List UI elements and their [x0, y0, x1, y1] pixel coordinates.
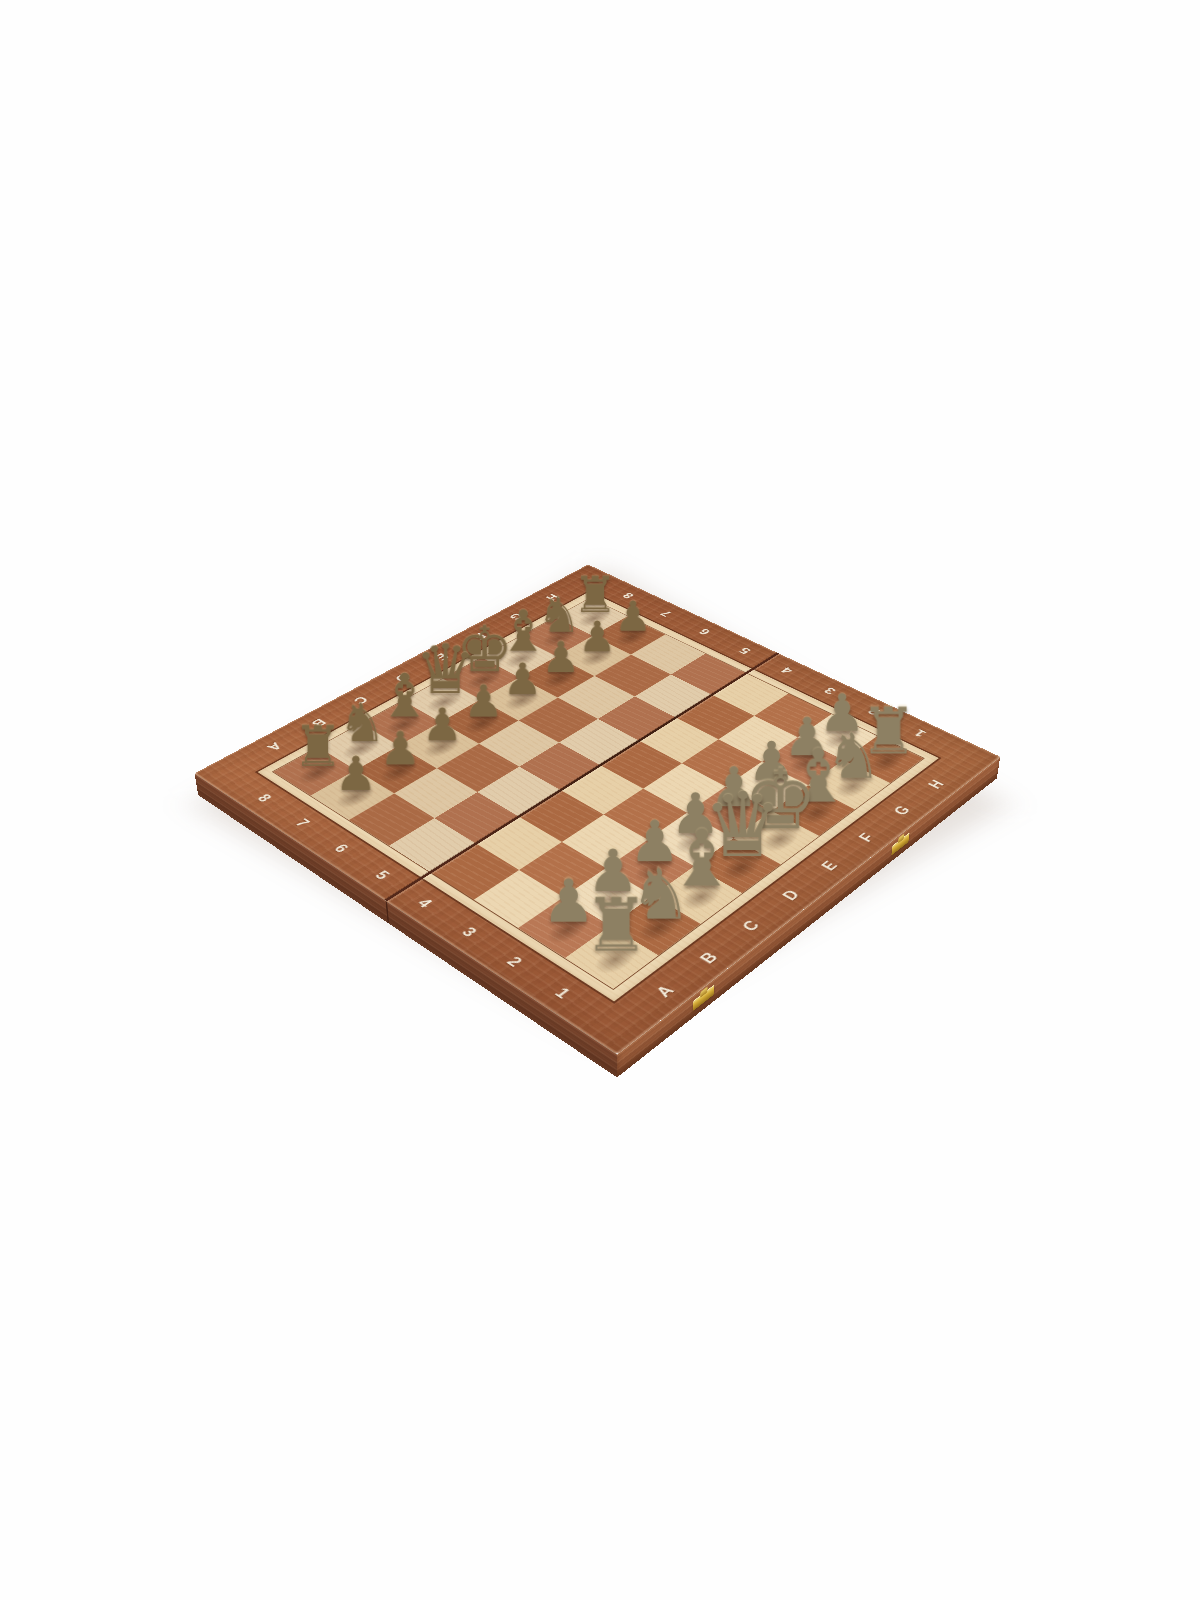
fold-seam-side — [386, 901, 389, 924]
scene: ♜♞♝♛♚♝♞♜♟♟♟♟♟♟♟♟♟♟♟♟♟♟♟♟♜♞♝♛♚♝♞♜ AA88BB7… — [0, 0, 1200, 1600]
playing-area: ♜♞♝♛♚♝♞♜♟♟♟♟♟♟♟♟♟♟♟♟♟♟♟♟♜♞♝♛♚♝♞♜ — [272, 598, 925, 990]
piece-black-pawn-a7[interactable]: ♟ — [314, 752, 397, 797]
chessboard: ♜♞♝♛♚♝♞♜♟♟♟♟♟♟♟♟♟♟♟♟♟♟♟♟♜♞♝♛♚♝♞♜ AA88BB7… — [195, 564, 1001, 1054]
piece-white-rook-a1[interactable]: ♜ — [562, 889, 670, 959]
product-photo: ♜♞♝♛♚♝♞♜♟♟♟♟♟♟♟♟♟♟♟♟♟♟♟♟♜♞♝♛♚♝♞♜ AA88BB7… — [0, 0, 1200, 1600]
